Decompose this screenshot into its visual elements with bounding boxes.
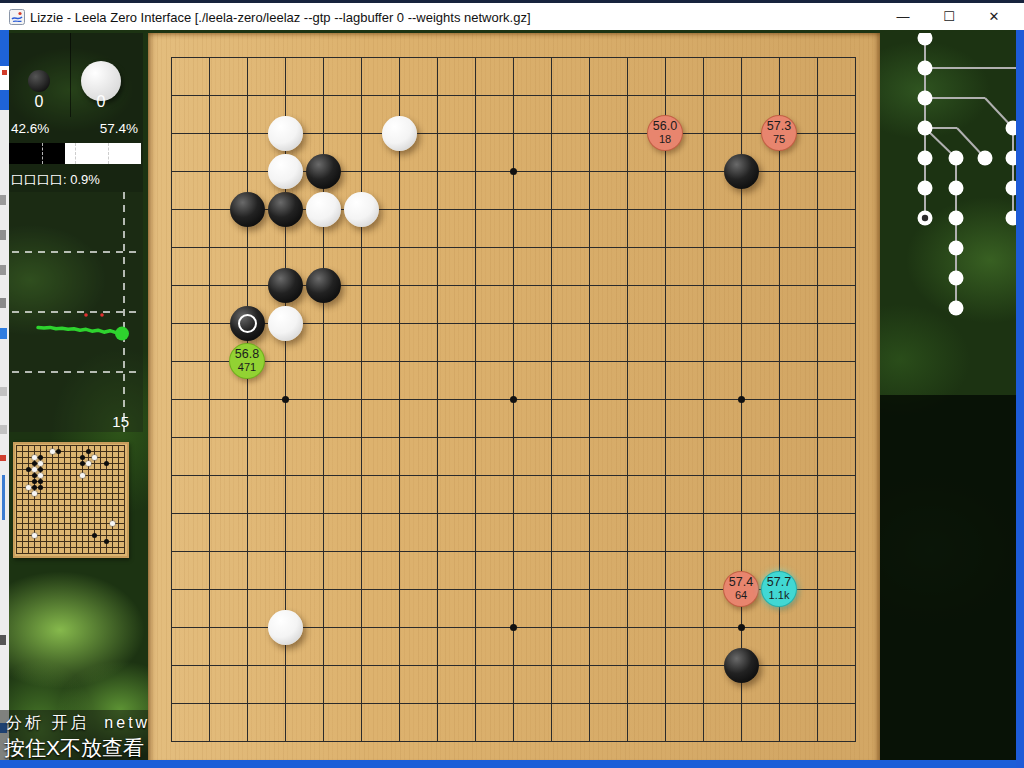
black-stone bbox=[724, 648, 759, 683]
close-button[interactable]: ✕ bbox=[979, 3, 1009, 30]
winrate-graph-canvas bbox=[8, 192, 143, 432]
background-icon-fragment bbox=[0, 328, 7, 339]
background-window-strip bbox=[0, 30, 9, 768]
thumbnail-white-stone bbox=[38, 473, 43, 478]
panel-divider bbox=[70, 33, 71, 117]
black-capture-count: 0 bbox=[19, 93, 59, 111]
background-text-fragment bbox=[0, 265, 6, 275]
suggestion-playouts: 1.1k bbox=[762, 589, 796, 601]
winrate-graph[interactable]: 15 bbox=[8, 192, 143, 432]
thumbnail-white-stone bbox=[32, 467, 37, 472]
winrate-bar-tick bbox=[42, 143, 43, 164]
graph-red-marker bbox=[84, 313, 88, 317]
suggestion-C11[interactable]: 56.8471 bbox=[229, 343, 265, 379]
background-text-fragment bbox=[0, 298, 6, 308]
tree-node[interactable] bbox=[949, 211, 964, 226]
hold-x-hint-text: 按住X不放查看 bbox=[4, 734, 144, 760]
thumbnail-black-stone bbox=[26, 467, 31, 472]
black-stone bbox=[230, 192, 265, 227]
grid-line-horizontal bbox=[171, 475, 856, 476]
grid-line-horizontal bbox=[171, 703, 856, 704]
variation-tree bbox=[880, 33, 1024, 768]
tree-node[interactable] bbox=[949, 271, 964, 286]
suggestion-winrate: 56.8 bbox=[230, 348, 264, 361]
move-number-label: 15 bbox=[112, 413, 129, 430]
thumbnail-black-stone bbox=[104, 461, 109, 466]
suggestion-playouts: 64 bbox=[724, 589, 758, 601]
grid-line-vertical bbox=[589, 57, 590, 742]
minimize-button[interactable]: — bbox=[888, 3, 918, 30]
status-text-block: 分析 开启 netw 按住X不放查看 bbox=[0, 710, 148, 760]
tree-node[interactable] bbox=[918, 91, 933, 106]
grid-line-vertical bbox=[551, 57, 552, 742]
thumbnail-black-stone bbox=[104, 539, 109, 544]
background-text-fragment bbox=[0, 230, 6, 240]
thumbnail-white-stone bbox=[80, 473, 85, 478]
white-stone bbox=[268, 154, 303, 189]
thumbnail-white-stone bbox=[50, 449, 55, 454]
winrate-bar-tick bbox=[75, 143, 76, 164]
grid-line-vertical bbox=[817, 57, 818, 742]
star-point bbox=[510, 624, 517, 631]
background-box-fragment bbox=[0, 425, 7, 434]
background-red-fragment bbox=[0, 455, 6, 461]
thumbnail-white-stone bbox=[32, 533, 37, 538]
tree-node[interactable] bbox=[918, 181, 933, 196]
variation-thumbnail-board bbox=[13, 442, 129, 558]
suggestion-winrate: 57.7 bbox=[762, 576, 796, 589]
thumbnail-black-stone bbox=[32, 485, 37, 490]
thumbnail-black-stone bbox=[56, 449, 61, 454]
thumbnail-white-stone bbox=[26, 485, 31, 490]
lizzie-window: Lizzie - Leela Zero Interface [./leela-z… bbox=[0, 0, 1024, 768]
star-point bbox=[510, 168, 517, 175]
suggestion-playouts: 18 bbox=[648, 133, 682, 145]
maximize-button[interactable]: ☐ bbox=[934, 3, 964, 30]
thumbnail-white-stone bbox=[110, 521, 115, 526]
tree-node[interactable] bbox=[949, 301, 964, 316]
star-point bbox=[282, 396, 289, 403]
thumbnail-white-stone bbox=[86, 461, 91, 466]
thumbnail-black-stone bbox=[80, 455, 85, 460]
suggestion-playouts: 471 bbox=[230, 361, 264, 373]
tree-node[interactable] bbox=[949, 151, 964, 166]
capture-winrate-panel: 0 0 42.6% 57.4% 口口口口: 0.9% bbox=[8, 33, 143, 192]
background-link-fragment bbox=[2, 475, 5, 520]
white-stone bbox=[268, 610, 303, 645]
tree-node[interactable] bbox=[918, 121, 933, 136]
background-text-fragment bbox=[0, 635, 6, 645]
suggestion-playouts: 75 bbox=[762, 133, 796, 145]
black-capture-stone-icon bbox=[28, 70, 50, 92]
suggestion-winrate: 57.4 bbox=[724, 576, 758, 589]
black-stone bbox=[268, 192, 303, 227]
thumbnail-black-stone bbox=[92, 533, 97, 538]
thumbnail-white-stone bbox=[92, 455, 97, 460]
white-stone bbox=[268, 306, 303, 341]
os-taskbar-sliver bbox=[0, 760, 1024, 768]
suggestion-O17[interactable]: 56.018 bbox=[647, 115, 683, 151]
suggestion-R17[interactable]: 57.375 bbox=[761, 115, 797, 151]
go-board[interactable]: 56.847156.01857.37557.46457.71.1k bbox=[148, 33, 880, 765]
winrate-bar-tick bbox=[108, 143, 109, 164]
suggestion-R5[interactable]: 57.71.1k bbox=[761, 571, 797, 607]
thumbnail-black-stone bbox=[38, 479, 43, 484]
tree-node-current-core bbox=[922, 215, 928, 221]
thumbnail-white-stone bbox=[38, 461, 43, 466]
suggestion-Q5[interactable]: 57.464 bbox=[723, 571, 759, 607]
tree-node[interactable] bbox=[949, 181, 964, 196]
thumbnail-black-stone bbox=[38, 455, 43, 460]
thumbnail-white-stone bbox=[32, 455, 37, 460]
tree-node[interactable] bbox=[918, 151, 933, 166]
white-winrate-label: 57.4% bbox=[100, 121, 138, 136]
star-point bbox=[510, 396, 517, 403]
white-stone bbox=[344, 192, 379, 227]
thumbnail-black-stone bbox=[38, 485, 43, 490]
tree-node[interactable] bbox=[918, 33, 933, 46]
thumbnail-black-stone bbox=[32, 479, 37, 484]
tree-node[interactable] bbox=[978, 151, 993, 166]
white-stone bbox=[306, 192, 341, 227]
thumbnail-black-stone bbox=[80, 461, 85, 466]
winrate-line-endpoint bbox=[115, 327, 129, 341]
thumbnail-white-stone bbox=[32, 491, 37, 496]
black-stone bbox=[306, 154, 341, 189]
winrate-bar bbox=[9, 143, 141, 164]
white-capture-count: 0 bbox=[81, 93, 121, 111]
thumbnail-black-stone bbox=[32, 461, 37, 466]
grid-line-vertical bbox=[855, 57, 856, 742]
grid-line-horizontal bbox=[171, 437, 856, 438]
grid-line-horizontal bbox=[171, 513, 856, 514]
grid-line-horizontal bbox=[171, 741, 856, 742]
background-dialog-fragment bbox=[0, 66, 9, 90]
titlebar: Lizzie - Leela Zero Interface [./leela-z… bbox=[0, 0, 1024, 30]
tree-node[interactable] bbox=[949, 241, 964, 256]
white-stone bbox=[268, 116, 303, 151]
star-point bbox=[738, 624, 745, 631]
white-stone bbox=[382, 116, 417, 151]
grid-line-horizontal bbox=[171, 551, 856, 552]
suggestion-winrate: 56.0 bbox=[648, 120, 682, 133]
tree-node[interactable] bbox=[918, 61, 933, 76]
last-move-marker bbox=[238, 314, 257, 333]
black-stone bbox=[724, 154, 759, 189]
java-app-icon bbox=[9, 9, 25, 25]
thumbnail-black-stone bbox=[86, 449, 91, 454]
grid-line-vertical bbox=[665, 57, 666, 742]
background-window-edge bbox=[1016, 3, 1024, 768]
graph-red-marker bbox=[100, 313, 104, 317]
thumbnail-black-stone bbox=[38, 467, 43, 472]
grid-line-vertical bbox=[627, 57, 628, 742]
grid-line-vertical bbox=[703, 57, 704, 742]
background-box-fragment bbox=[0, 387, 7, 396]
black-stone bbox=[268, 268, 303, 303]
black-winrate-label: 42.6% bbox=[11, 121, 49, 136]
black-stone bbox=[306, 268, 341, 303]
analysis-status-text: 分析 开启 netw bbox=[6, 713, 148, 734]
star-point bbox=[738, 396, 745, 403]
suggestion-winrate: 57.3 bbox=[762, 120, 796, 133]
window-title: Lizzie - Leela Zero Interface [./leela-z… bbox=[30, 10, 531, 25]
background-text-fragment bbox=[0, 195, 6, 205]
winrate-bar-black-segment bbox=[9, 143, 65, 164]
grid-line-vertical bbox=[779, 57, 780, 742]
thumbnail-black-stone bbox=[32, 473, 37, 478]
winrate-line bbox=[38, 327, 122, 333]
winrate-delta-label: 口口口口: 0.9% bbox=[11, 171, 100, 189]
